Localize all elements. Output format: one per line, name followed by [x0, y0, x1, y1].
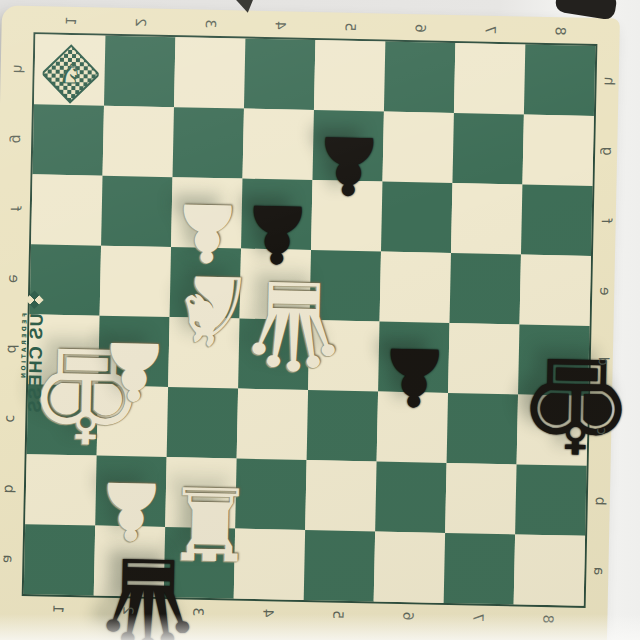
rank-label-top-1: 1 [61, 11, 81, 31]
file-label-right-a: a [589, 561, 609, 581]
square-b7[interactable] [445, 463, 516, 534]
svg-text:♞: ♞ [59, 59, 83, 89]
square-c4[interactable] [237, 389, 308, 460]
us-chess-logo-icon: ♞ [42, 42, 99, 105]
square-h5[interactable] [314, 40, 385, 111]
square-e7[interactable] [450, 253, 521, 324]
file-label-left-e: e [4, 269, 24, 289]
rank-label-bottom-3: 3 [188, 602, 208, 622]
file-label-left-c: c [1, 409, 21, 429]
square-e8[interactable] [520, 254, 591, 325]
square-f6[interactable] [381, 182, 452, 253]
square-h2[interactable] [104, 36, 175, 107]
piece-white-pawn-f3[interactable]: ♟ [171, 191, 243, 272]
piece-black-queen-a2[interactable]: ♛ [92, 540, 165, 640]
square-h3[interactable] [174, 37, 245, 108]
square-f7[interactable] [451, 183, 522, 254]
rank-label-top-5: 5 [340, 17, 360, 37]
square-c3[interactable] [167, 387, 238, 458]
square-b6[interactable] [375, 461, 446, 532]
chess-board: ♞ ♚♛♜♞♟♟♟♚♛♟♟♟ [24, 34, 596, 606]
photo-canvas: ♞ ♚♛♜♞♟♟♟♚♛♟♟♟ FEDERATION US CHESS 11223… [0, 0, 640, 640]
square-g8[interactable] [522, 114, 593, 185]
square-g4[interactable] [242, 109, 313, 180]
square-f2[interactable] [101, 176, 172, 247]
rank-label-bottom-2: 2 [118, 600, 138, 620]
square-a7[interactable] [444, 533, 515, 604]
rank-label-bottom-8: 8 [538, 609, 558, 629]
file-label-left-d: d [3, 339, 23, 359]
file-label-right-d: d [594, 351, 614, 371]
square-d7[interactable] [448, 323, 519, 394]
piece-black-pawn-f4[interactable]: ♟ [241, 193, 313, 274]
square-g1[interactable] [33, 104, 104, 175]
piece-white-pawn-d2[interactable]: ♟ [98, 330, 170, 411]
square-e2[interactable] [100, 246, 171, 317]
piece-black-pawn-g5[interactable]: ♟ [312, 124, 384, 205]
rank-label-bottom-7: 7 [468, 607, 488, 627]
rank-label-top-6: 6 [410, 18, 430, 38]
square-a8[interactable] [514, 534, 585, 605]
square-g7[interactable] [452, 113, 523, 184]
rank-label-bottom-4: 4 [258, 603, 278, 623]
square-f1[interactable] [31, 174, 102, 245]
square-e6[interactable] [380, 252, 451, 323]
square-a5[interactable] [304, 530, 375, 601]
rank-label-top-3: 3 [201, 14, 221, 34]
square-c5[interactable] [307, 390, 378, 461]
file-label-left-b: b [0, 479, 20, 499]
square-h4[interactable] [244, 39, 315, 110]
us-chess-mini-diamond-icon [25, 291, 43, 309]
square-g6[interactable] [382, 112, 453, 183]
file-label-left-g: g [7, 129, 27, 149]
rank-label-top-2: 2 [131, 12, 151, 32]
square-g2[interactable] [103, 106, 174, 177]
vinyl-chess-mat: ♞ ♚♛♜♞♟♟♟♚♛♟♟♟ FEDERATION US CHESS 11223… [0, 6, 620, 640]
mat-edge-tab [235, 0, 255, 14]
file-label-right-f: f [596, 211, 616, 231]
file-label-left-f: f [6, 199, 26, 219]
us-chess-text: US CHESS [26, 313, 46, 413]
rank-label-bottom-5: 5 [328, 604, 348, 624]
square-a6[interactable] [374, 531, 445, 602]
piece-black-pawn-d6[interactable]: ♟ [378, 336, 450, 417]
square-h8[interactable] [524, 44, 595, 115]
file-label-right-e: e [595, 281, 615, 301]
rank-label-top-7: 7 [480, 20, 500, 40]
rank-label-top-4: 4 [271, 15, 291, 35]
square-c7[interactable] [447, 393, 518, 464]
file-label-right-c: c [592, 421, 612, 441]
square-h7[interactable] [454, 43, 525, 114]
rank-label-bottom-6: 6 [398, 606, 418, 626]
file-label-right-b: b [591, 491, 611, 511]
file-label-right-g: g [598, 141, 618, 161]
square-a1[interactable] [24, 524, 95, 595]
file-label-left-h: h [9, 59, 29, 79]
file-label-left-a: a [0, 549, 19, 569]
piece-black-king-d8[interactable]: ♚ [516, 338, 589, 469]
rank-label-top-8: 8 [550, 21, 570, 41]
square-h6[interactable] [384, 42, 455, 113]
square-f8[interactable] [521, 184, 592, 255]
square-g3[interactable] [173, 107, 244, 178]
rank-label-bottom-1: 1 [48, 599, 68, 619]
square-b5[interactable] [305, 460, 376, 531]
coordinate-labels: 1122334455667788hhggffeeddccbbaa [2, 6, 620, 19]
file-label-right-h: h [599, 71, 619, 91]
